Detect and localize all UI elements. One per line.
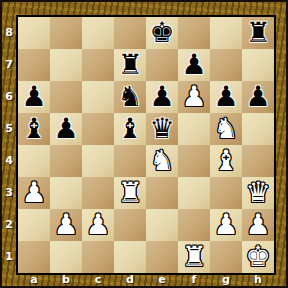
black-pawn-e6[interactable]: ♟	[149, 81, 174, 113]
black-knight-d6[interactable]: ♞	[117, 81, 142, 113]
white-pawn-f6[interactable]: ♟	[181, 81, 206, 113]
black-bishop-a5[interactable]: ♝	[21, 113, 46, 145]
square-g7[interactable]	[210, 49, 242, 81]
file-label-h: h	[242, 274, 274, 286]
square-b1[interactable]	[50, 241, 82, 273]
square-b4[interactable]	[50, 145, 82, 177]
black-pawn-b5[interactable]: ♟	[53, 113, 78, 145]
black-king-e8[interactable]: ♚	[149, 17, 174, 49]
chess-board-screenshot: 87654321 abcdefgh ♚♜♜♟♟♞♟♟♟♟♝♟♝♛♞♞♝♟♜♛♟♟…	[0, 0, 288, 288]
square-b5[interactable]: ♟	[50, 113, 82, 145]
white-bishop-g4[interactable]: ♝	[213, 145, 238, 177]
square-a4[interactable]	[18, 145, 50, 177]
white-knight-g5[interactable]: ♞	[213, 113, 238, 145]
square-f1[interactable]: ♜	[178, 241, 210, 273]
file-label-e: e	[146, 274, 178, 286]
file-label-c: c	[82, 274, 114, 286]
square-f2[interactable]	[178, 209, 210, 241]
square-d6[interactable]: ♞	[114, 81, 146, 113]
rank-label-1: 1	[2, 241, 16, 273]
black-pawn-h6[interactable]: ♟	[245, 81, 270, 113]
square-h3[interactable]: ♛	[242, 177, 274, 209]
file-label-d: d	[114, 274, 146, 286]
square-c4[interactable]	[82, 145, 114, 177]
black-pawn-g6[interactable]: ♟	[213, 81, 238, 113]
square-d5[interactable]: ♝	[114, 113, 146, 145]
square-f7[interactable]: ♟	[178, 49, 210, 81]
file-label-b: b	[50, 274, 82, 286]
white-king-h1[interactable]: ♚	[245, 241, 270, 273]
black-rook-h8[interactable]: ♜	[245, 17, 270, 49]
square-h2[interactable]: ♟	[242, 209, 274, 241]
square-a6[interactable]: ♟	[18, 81, 50, 113]
square-f8[interactable]	[178, 17, 210, 49]
file-label-g: g	[210, 274, 242, 286]
square-g4[interactable]: ♝	[210, 145, 242, 177]
square-e5[interactable]: ♛	[146, 113, 178, 145]
white-rook-f1[interactable]: ♜	[181, 241, 206, 273]
square-e8[interactable]: ♚	[146, 17, 178, 49]
square-e4[interactable]: ♞	[146, 145, 178, 177]
square-g2[interactable]: ♟	[210, 209, 242, 241]
square-a8[interactable]	[18, 17, 50, 49]
square-d7[interactable]: ♜	[114, 49, 146, 81]
rank-label-4: 4	[2, 145, 16, 177]
chess-board: ♚♜♜♟♟♞♟♟♟♟♝♟♝♛♞♞♝♟♜♛♟♟♟♟♜♚	[16, 15, 276, 275]
square-c7[interactable]	[82, 49, 114, 81]
square-d1[interactable]	[114, 241, 146, 273]
white-pawn-c2[interactable]: ♟	[85, 209, 110, 241]
square-g6[interactable]: ♟	[210, 81, 242, 113]
white-rook-d3[interactable]: ♜	[117, 177, 142, 209]
square-a2[interactable]	[18, 209, 50, 241]
rank-label-5: 5	[2, 113, 16, 145]
square-e7[interactable]	[146, 49, 178, 81]
square-c6[interactable]	[82, 81, 114, 113]
square-f5[interactable]	[178, 113, 210, 145]
square-c3[interactable]	[82, 177, 114, 209]
white-pawn-b2[interactable]: ♟	[53, 209, 78, 241]
black-pawn-f7[interactable]: ♟	[181, 49, 206, 81]
square-c1[interactable]	[82, 241, 114, 273]
white-pawn-g2[interactable]: ♟	[213, 209, 238, 241]
black-queen-e5[interactable]: ♛	[149, 113, 174, 145]
rank-label-8: 8	[2, 17, 16, 49]
white-pawn-a3[interactable]: ♟	[21, 177, 46, 209]
square-d4[interactable]	[114, 145, 146, 177]
square-a5[interactable]: ♝	[18, 113, 50, 145]
square-g8[interactable]	[210, 17, 242, 49]
file-label-a: a	[18, 274, 50, 286]
square-g3[interactable]	[210, 177, 242, 209]
square-f4[interactable]	[178, 145, 210, 177]
square-a3[interactable]: ♟	[18, 177, 50, 209]
square-h4[interactable]	[242, 145, 274, 177]
square-e1[interactable]	[146, 241, 178, 273]
square-f6[interactable]: ♟	[178, 81, 210, 113]
rank-labels: 87654321	[2, 17, 16, 273]
black-bishop-d5[interactable]: ♝	[117, 113, 142, 145]
square-h1[interactable]: ♚	[242, 241, 274, 273]
square-d3[interactable]: ♜	[114, 177, 146, 209]
white-pawn-h2[interactable]: ♟	[245, 209, 270, 241]
file-label-f: f	[178, 274, 210, 286]
square-b3[interactable]	[50, 177, 82, 209]
square-a7[interactable]	[18, 49, 50, 81]
square-e6[interactable]: ♟	[146, 81, 178, 113]
square-f3[interactable]	[178, 177, 210, 209]
white-queen-h3[interactable]: ♛	[245, 177, 270, 209]
black-pawn-a6[interactable]: ♟	[21, 81, 46, 113]
square-e3[interactable]	[146, 177, 178, 209]
rank-label-7: 7	[2, 49, 16, 81]
square-a1[interactable]	[18, 241, 50, 273]
white-knight-e4[interactable]: ♞	[149, 145, 174, 177]
square-b2[interactable]: ♟	[50, 209, 82, 241]
square-g5[interactable]: ♞	[210, 113, 242, 145]
file-labels: abcdefgh	[18, 274, 274, 286]
rank-label-6: 6	[2, 81, 16, 113]
square-b8[interactable]	[50, 17, 82, 49]
square-b7[interactable]	[50, 49, 82, 81]
square-h7[interactable]	[242, 49, 274, 81]
square-h6[interactable]: ♟	[242, 81, 274, 113]
square-b6[interactable]	[50, 81, 82, 113]
square-c2[interactable]: ♟	[82, 209, 114, 241]
square-c8[interactable]	[82, 17, 114, 49]
square-h8[interactable]: ♜	[242, 17, 274, 49]
rank-label-2: 2	[2, 209, 16, 241]
square-d2[interactable]	[114, 209, 146, 241]
square-h5[interactable]	[242, 113, 274, 145]
rank-label-3: 3	[2, 177, 16, 209]
square-e2[interactable]	[146, 209, 178, 241]
black-rook-d7[interactable]: ♜	[117, 49, 142, 81]
square-d8[interactable]	[114, 17, 146, 49]
square-g1[interactable]	[210, 241, 242, 273]
square-c5[interactable]	[82, 113, 114, 145]
